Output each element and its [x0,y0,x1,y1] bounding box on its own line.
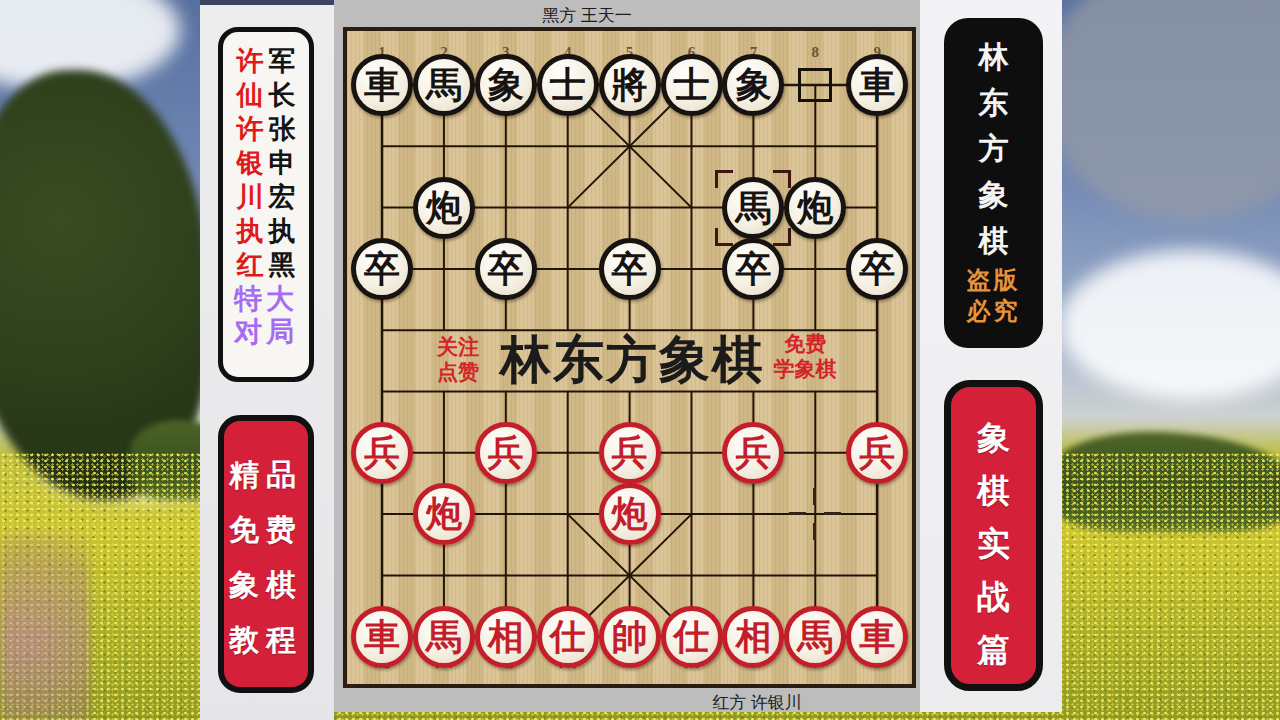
char: 仙 [235,78,265,112]
char: 东 [944,80,1043,126]
char: 执 [267,214,297,248]
piece-black-soldier[interactable]: 卒 [722,238,784,300]
piece-red-cannon[interactable]: 炮 [599,483,661,545]
left-strip-top-bar [200,0,334,5]
last-move-origin-marker [798,68,832,102]
red-player-label: 红方 许银川 [657,691,857,714]
piece-black-soldier[interactable]: 卒 [475,238,537,300]
last-move-destination-marker [715,170,791,246]
piece-black-general[interactable]: 將 [599,54,661,116]
char: 许 [235,112,265,146]
free-tutorials-panel: 精品免费象棋教程 [218,415,314,693]
series-panel: 象棋实战篇 [944,380,1043,691]
piece-black-soldier[interactable]: 卒 [846,238,908,300]
char: 申 [267,146,297,180]
purple-flowers [0,530,90,720]
text-line: 免费 [224,502,308,557]
piece-red-elephant[interactable]: 相 [475,606,537,668]
char: 象 [944,172,1043,218]
text-line: 盗版 [944,264,1043,295]
char: 象 [951,411,1036,464]
text-line: 对局 [223,315,309,348]
free-tutorials-text: 精品免费象棋教程 [224,447,308,667]
char: 棋 [944,218,1043,264]
river-watermark-title: 林东方象棋 [475,328,790,392]
char: 执 [235,214,265,248]
char: 川 [235,180,265,214]
piece-red-soldier[interactable]: 兵 [722,422,784,484]
char: 张 [267,112,297,146]
piece-red-soldier[interactable]: 兵 [351,422,413,484]
char: 许 [235,44,265,78]
piece-black-elephant[interactable]: 象 [475,54,537,116]
red-player-vertical-text: 许仙许银川执红 [235,44,265,282]
piece-black-advisor[interactable]: 士 [661,54,723,116]
piece-red-soldier[interactable]: 兵 [599,422,661,484]
piece-red-advisor[interactable]: 仕 [537,606,599,668]
char: 实 [951,517,1036,570]
piece-black-soldier[interactable]: 卒 [351,238,413,300]
piece-red-horse[interactable]: 馬 [784,606,846,668]
piece-black-horse[interactable]: 馬 [413,54,475,116]
char: 红 [235,248,265,282]
channel-name-vertical-text: 林东方象棋 [944,34,1043,264]
piece-red-soldier[interactable]: 兵 [846,422,908,484]
piece-red-horse[interactable]: 馬 [413,606,475,668]
char: 方 [944,126,1043,172]
char: 长 [267,78,297,112]
text-line: 必究 [944,295,1043,326]
grandmaster-match-text: 特大对局 [223,282,309,348]
char: 军 [267,44,297,78]
copyright-warning-text: 盗版必究 [944,264,1043,326]
char: 林 [944,34,1043,80]
piece-red-soldier[interactable]: 兵 [475,422,537,484]
matchup-panel: 许仙许银川执红 军长张申宏执黑 特大对局 [218,27,314,382]
video-frame: { "game": "xiangqi", "position": { "fen"… [0,0,1280,720]
piece-black-cannon[interactable]: 炮 [784,177,846,239]
piece-black-elephant[interactable]: 象 [722,54,784,116]
channel-panel: 林东方象棋 盗版必究 [944,18,1043,348]
black-player-label: 黑方 王天一 [487,4,687,27]
piece-red-elephant[interactable]: 相 [722,606,784,668]
char: 宏 [267,180,297,214]
text-line: 精品 [224,447,308,502]
piece-black-soldier[interactable]: 卒 [599,238,661,300]
text-line: 象棋 [224,557,308,612]
file-label-top: 8 [812,44,820,61]
piece-red-chariot[interactable]: 車 [846,606,908,668]
piece-black-advisor[interactable]: 士 [537,54,599,116]
text-line: 特大 [223,282,309,315]
char: 黑 [267,248,297,282]
xiangqi-board[interactable]: 123456789九八七六五四三二一 关注点赞 林东方象棋 免费学象棋 車馬象士… [343,27,916,688]
char: 棋 [951,464,1036,517]
char: 篇 [951,623,1036,676]
piece-black-chariot[interactable]: 車 [846,54,908,116]
char: 银 [235,146,265,180]
black-player-vertical-text: 军长张申宏执黑 [267,44,297,282]
text-line: 教程 [224,612,308,667]
piece-red-cannon[interactable]: 炮 [413,483,475,545]
char: 战 [951,570,1036,623]
piece-red-advisor[interactable]: 仕 [661,606,723,668]
piece-black-cannon[interactable]: 炮 [413,177,475,239]
piece-red-chariot[interactable]: 車 [351,606,413,668]
river-right-caption: 免费学象棋 [759,331,851,381]
red-move-origin-crosshair [787,486,843,542]
piece-black-chariot[interactable]: 車 [351,54,413,116]
piece-red-general[interactable]: 帥 [599,606,661,668]
series-title-vertical-text: 象棋实战篇 [951,411,1036,676]
